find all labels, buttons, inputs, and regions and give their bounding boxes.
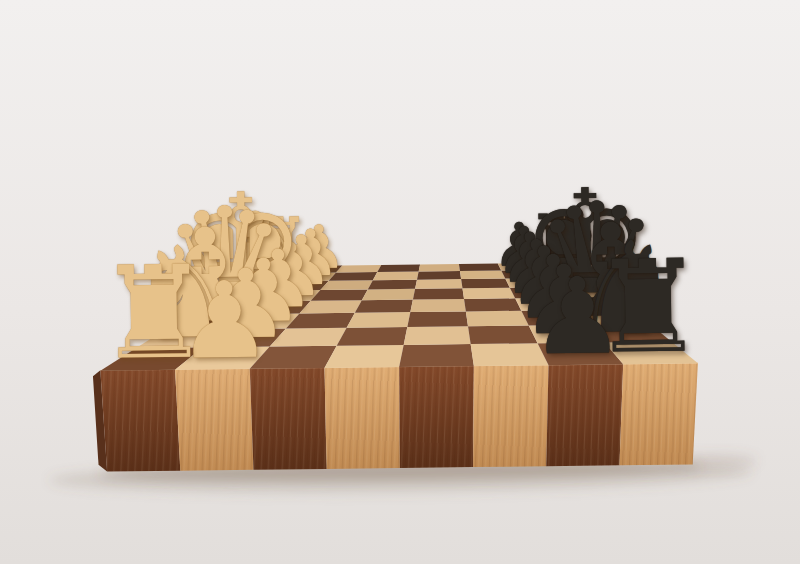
chessboard: ♜♞♝♛♚♝♞♜♟♟♟♟♟♟♟♟♟♟♟♟♟♟♟♟♜♞♝♛♚♝♞♜: [0, 0, 800, 564]
studio-backdrop: ♜♞♝♛♚♝♞♜♟♟♟♟♟♟♟♟♟♟♟♟♟♟♟♟♜♞♝♛♚♝♞♜: [0, 0, 800, 564]
pieces-layer: ♜♞♝♛♚♝♞♜♟♟♟♟♟♟♟♟♟♟♟♟♟♟♟♟♜♞♝♛♚♝♞♜: [0, 0, 800, 564]
piece-black-pawn-a7[interactable]: ♟: [530, 263, 626, 370]
piece-white-rook-a1[interactable]: ♜: [96, 249, 212, 378]
